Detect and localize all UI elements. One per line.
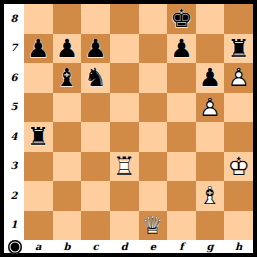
square-h4[interactable] [224, 122, 253, 152]
file-label-b: b [53, 240, 82, 253]
black-rook-h7[interactable]: ♜ [224, 34, 253, 64]
side-to-move-cell [4, 240, 24, 253]
file-label-g: g [196, 240, 225, 253]
square-b8[interactable] [53, 4, 82, 34]
square-e1[interactable]: ♛♕ [139, 211, 168, 241]
square-h6[interactable]: ♟♙ [224, 63, 253, 93]
square-b1[interactable] [53, 211, 82, 241]
chess-diagram: 8♚7♟♟♟♟♜6♝♞♟♟♙5♟♙4♜3♜♖♚♔2♝♗1♛♕abcdefgh [0, 0, 257, 257]
black-pawn-c7[interactable]: ♟ [81, 34, 110, 64]
square-c8[interactable] [81, 4, 110, 34]
square-f5[interactable] [167, 93, 196, 123]
square-g3[interactable] [196, 152, 225, 182]
square-d4[interactable] [110, 122, 139, 152]
white-pawn-g5[interactable]: ♙ [196, 93, 225, 123]
black-pawn-g6[interactable]: ♟ [196, 63, 225, 93]
square-g6[interactable]: ♟ [196, 63, 225, 93]
square-d6[interactable] [110, 63, 139, 93]
square-d8[interactable] [110, 4, 139, 34]
white-rook-d3[interactable]: ♖ [110, 152, 139, 182]
square-a7[interactable]: ♟ [24, 34, 53, 64]
black-knight-c6[interactable]: ♞ [81, 63, 110, 93]
square-b6[interactable]: ♝ [53, 63, 82, 93]
rank-label-6: 6 [4, 63, 24, 93]
black-rook-a4[interactable]: ♜ [24, 122, 53, 152]
black-bishop-b6[interactable]: ♝ [53, 63, 82, 93]
square-h8[interactable] [224, 4, 253, 34]
square-d2[interactable] [110, 181, 139, 211]
square-f2[interactable] [167, 181, 196, 211]
square-e5[interactable] [139, 93, 168, 123]
white-bishop-g2[interactable]: ♗ [196, 181, 225, 211]
square-d3[interactable]: ♜♖ [110, 152, 139, 182]
rank-label-1: 1 [4, 211, 24, 241]
rank-label-5: 5 [4, 93, 24, 123]
square-f8[interactable]: ♚ [167, 4, 196, 34]
square-c6[interactable]: ♞ [81, 63, 110, 93]
file-label-a: a [24, 240, 53, 253]
file-label-e: e [139, 240, 168, 253]
rank-label-8: 8 [4, 4, 24, 34]
square-b4[interactable] [53, 122, 82, 152]
square-e8[interactable] [139, 4, 168, 34]
square-e3[interactable] [139, 152, 168, 182]
square-h1[interactable] [224, 211, 253, 241]
chess-board: 8♚7♟♟♟♟♜6♝♞♟♟♙5♟♙4♜3♜♖♚♔2♝♗1♛♕abcdefgh [4, 4, 253, 253]
square-h7[interactable]: ♜ [224, 34, 253, 64]
square-g1[interactable] [196, 211, 225, 241]
square-b7[interactable]: ♟ [53, 34, 82, 64]
file-label-d: d [110, 240, 139, 253]
square-c7[interactable]: ♟ [81, 34, 110, 64]
white-king-h3[interactable]: ♔ [224, 152, 253, 182]
square-e4[interactable] [139, 122, 168, 152]
square-a4[interactable]: ♜ [24, 122, 53, 152]
black-king-f8[interactable]: ♚ [167, 4, 196, 34]
square-d7[interactable] [110, 34, 139, 64]
square-e7[interactable] [139, 34, 168, 64]
square-g2[interactable]: ♝♗ [196, 181, 225, 211]
rank-label-4: 4 [4, 122, 24, 152]
black-pawn-a7[interactable]: ♟ [24, 34, 53, 64]
square-d1[interactable] [110, 211, 139, 241]
square-a2[interactable] [24, 181, 53, 211]
square-c1[interactable] [81, 211, 110, 241]
file-label-h: h [224, 240, 253, 253]
square-b2[interactable] [53, 181, 82, 211]
square-a5[interactable] [24, 93, 53, 123]
square-a3[interactable] [24, 152, 53, 182]
square-a6[interactable] [24, 63, 53, 93]
square-f1[interactable] [167, 211, 196, 241]
square-e6[interactable] [139, 63, 168, 93]
square-b5[interactable] [53, 93, 82, 123]
square-f4[interactable] [167, 122, 196, 152]
rank-label-3: 3 [4, 152, 24, 182]
square-f7[interactable]: ♟ [167, 34, 196, 64]
square-a1[interactable] [24, 211, 53, 241]
square-d5[interactable] [110, 93, 139, 123]
white-queen-e1[interactable]: ♕ [139, 211, 168, 241]
square-f6[interactable] [167, 63, 196, 93]
square-g4[interactable] [196, 122, 225, 152]
black-pawn-f7[interactable]: ♟ [167, 34, 196, 64]
square-g5[interactable]: ♟♙ [196, 93, 225, 123]
square-g7[interactable] [196, 34, 225, 64]
square-c4[interactable] [81, 122, 110, 152]
square-b3[interactable] [53, 152, 82, 182]
square-a8[interactable] [24, 4, 53, 34]
rank-label-2: 2 [4, 181, 24, 211]
square-e2[interactable] [139, 181, 168, 211]
black-pawn-b7[interactable]: ♟ [53, 34, 82, 64]
square-g8[interactable] [196, 4, 225, 34]
square-c2[interactable] [81, 181, 110, 211]
square-h5[interactable] [224, 93, 253, 123]
black-to-move-indicator [8, 240, 22, 254]
square-c5[interactable] [81, 93, 110, 123]
rank-label-7: 7 [4, 34, 24, 64]
square-c3[interactable] [81, 152, 110, 182]
square-h2[interactable] [224, 181, 253, 211]
square-f3[interactable] [167, 152, 196, 182]
file-label-c: c [81, 240, 110, 253]
square-h3[interactable]: ♚♔ [224, 152, 253, 182]
file-label-f: f [167, 240, 196, 253]
white-pawn-h6[interactable]: ♙ [224, 63, 253, 93]
